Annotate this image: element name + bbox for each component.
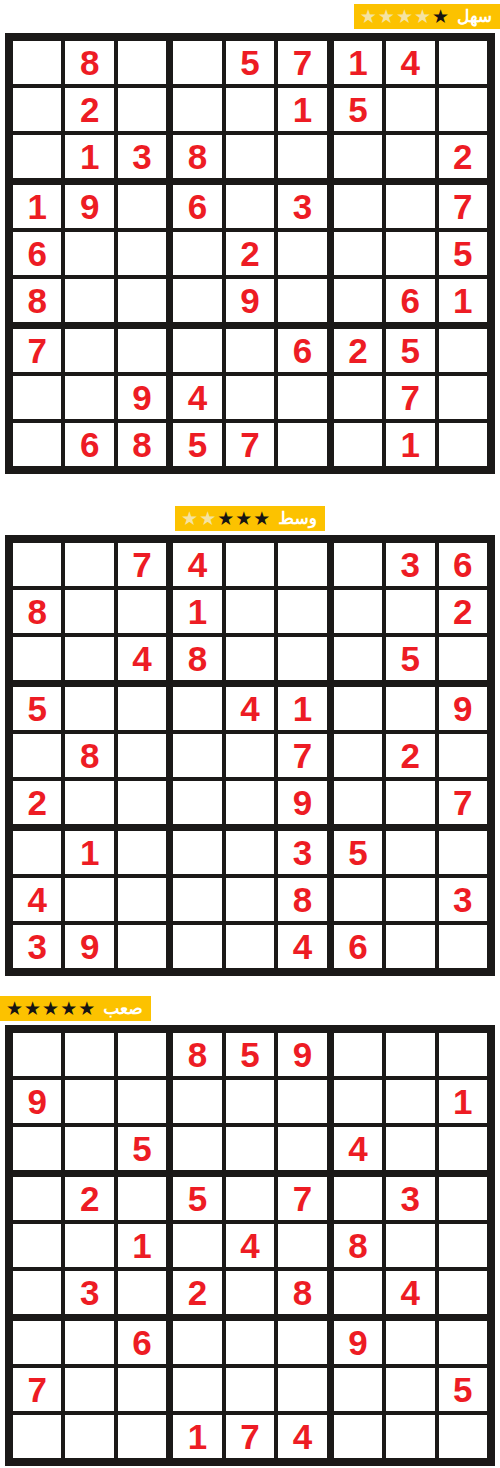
sudoku-cell-r3c7: 4 xyxy=(334,1127,382,1170)
sudoku-cell-r5c9[interactable] xyxy=(439,1224,487,1267)
sudoku-cell-r8c9: 5 xyxy=(439,1368,487,1411)
sudoku-cell-r6c4: 2 xyxy=(173,1271,221,1314)
sudoku-cell-r4c3[interactable] xyxy=(118,1177,166,1220)
sudoku-cell-r4c2: 9 xyxy=(65,185,113,228)
sudoku-cell-r2c5[interactable] xyxy=(226,88,274,131)
sudoku-cell-r1c3[interactable] xyxy=(118,1033,166,1076)
difficulty-stars-easy: ★★★★★ xyxy=(360,7,449,26)
difficulty-label-hard: صعب xyxy=(103,1000,142,1017)
sudoku-cell-r1c1[interactable] xyxy=(13,41,61,84)
sudoku-box: 2571 xyxy=(334,329,487,466)
sudoku-cell-r3c2: 1 xyxy=(65,135,113,178)
sudoku-cell-r3c3: 4 xyxy=(118,637,166,680)
star-empty-icon: ★ xyxy=(199,509,216,528)
difficulty-label-easy: سهل xyxy=(457,8,492,25)
sudoku-cell-r5c3[interactable] xyxy=(118,232,166,275)
sudoku-cell-r6c6: 8 xyxy=(278,1271,326,1314)
sudoku-cell-r5c2: 8 xyxy=(65,734,113,777)
sudoku-cell-r9c9[interactable] xyxy=(439,1415,487,1458)
sudoku-cell-r1c1[interactable] xyxy=(13,1033,61,1076)
sudoku-cell-r2c1[interactable] xyxy=(13,88,61,131)
sudoku-cell-r1c9[interactable] xyxy=(439,41,487,84)
sudoku-cell-r6c3[interactable] xyxy=(118,279,166,322)
difficulty-label-medium: وسط xyxy=(278,510,317,527)
sudoku-cell-r9c4[interactable] xyxy=(173,925,221,968)
sudoku-cell-r4c4[interactable] xyxy=(173,687,221,730)
sudoku-cell-r5c3[interactable] xyxy=(118,734,166,777)
sudoku-cell-r1c9: 6 xyxy=(439,543,487,586)
sudoku-cell-r8c4[interactable] xyxy=(173,878,221,921)
sudoku-cell-r7c9[interactable] xyxy=(439,831,487,874)
sudoku-cell-r2c3[interactable] xyxy=(118,1080,166,1123)
sudoku-grid-easy: 821357181452196863297561796864572571 xyxy=(5,33,495,474)
sudoku-box: 582 xyxy=(13,687,166,824)
sudoku-cell-r6c8[interactable] xyxy=(386,781,434,824)
sudoku-cell-r3c7[interactable] xyxy=(334,135,382,178)
sudoku-cell-r9c7: 6 xyxy=(334,925,382,968)
sudoku-cell-r2c6[interactable] xyxy=(278,1080,326,1123)
sudoku-cell-r2c4[interactable] xyxy=(173,1080,221,1123)
sudoku-cell-r6c3[interactable] xyxy=(118,781,166,824)
sudoku-cell-r7c3[interactable] xyxy=(118,329,166,372)
sudoku-cell-r6c7[interactable] xyxy=(334,781,382,824)
sudoku-cell-r7c7: 5 xyxy=(334,831,382,874)
sudoku-cell-r3c5[interactable] xyxy=(226,135,274,178)
sudoku-cell-r1c2[interactable] xyxy=(65,543,113,586)
sudoku-cell-r4c1: 1 xyxy=(13,185,61,228)
sudoku-cell-r9c5[interactable] xyxy=(226,925,274,968)
sudoku-cell-r5c4[interactable] xyxy=(173,1224,221,1267)
sudoku-cell-r5c6: 7 xyxy=(278,734,326,777)
sudoku-cell-r5c9[interactable] xyxy=(439,734,487,777)
sudoku-cell-r7c2[interactable] xyxy=(65,329,113,372)
spacer xyxy=(0,474,500,506)
sudoku-cell-r8c8: 7 xyxy=(386,376,434,419)
sudoku-cell-r9c8: 1 xyxy=(386,423,434,466)
sudoku-cell-r1c4: 8 xyxy=(173,1033,221,1076)
puzzle-hard: ★★★★★ صعب 9585914213574283846717495 xyxy=(0,996,500,1466)
sudoku-cell-r5c6[interactable] xyxy=(278,1224,326,1267)
sudoku-cell-r6c6: 9 xyxy=(278,781,326,824)
sudoku-cell-r7c8[interactable] xyxy=(386,831,434,874)
sudoku-box: 3625 xyxy=(334,543,487,680)
sudoku-cell-r3c5[interactable] xyxy=(226,637,274,680)
sudoku-cell-r1c4: 4 xyxy=(173,543,221,586)
sudoku-cell-r6c8: 4 xyxy=(386,1271,434,1314)
sudoku-cell-r6c5[interactable] xyxy=(226,781,274,824)
sudoku-cell-r9c3: 8 xyxy=(118,423,166,466)
sudoku-cell-r2c9[interactable] xyxy=(439,88,487,131)
sudoku-cell-r6c1[interactable] xyxy=(13,1271,61,1314)
sudoku-cell-r8c5[interactable] xyxy=(226,376,274,419)
sudoku-cell-r2c4[interactable] xyxy=(173,88,221,131)
sudoku-cell-r7c6: 6 xyxy=(278,329,326,372)
sudoku-cell-r5c5: 4 xyxy=(226,1224,274,1267)
sudoku-cell-r8c7[interactable] xyxy=(334,376,382,419)
sudoku-cell-r3c5[interactable] xyxy=(226,1127,274,1170)
sudoku-cell-r6c1: 8 xyxy=(13,279,61,322)
sudoku-cell-r5c8[interactable] xyxy=(386,232,434,275)
sudoku-box: 418 xyxy=(173,543,326,680)
sudoku-cell-r8c1[interactable] xyxy=(13,376,61,419)
sudoku-cell-r4c6: 3 xyxy=(278,185,326,228)
sudoku-cell-r5c4[interactable] xyxy=(173,232,221,275)
sudoku-cell-r6c4[interactable] xyxy=(173,781,221,824)
sudoku-cell-r2c2[interactable] xyxy=(65,590,113,633)
sudoku-cell-r7c3[interactable] xyxy=(118,831,166,874)
sudoku-cell-r3c7[interactable] xyxy=(334,637,382,680)
sudoku-box: 1439 xyxy=(13,831,166,968)
sudoku-cell-r4c2[interactable] xyxy=(65,687,113,730)
sudoku-cell-r2c9: 1 xyxy=(439,1080,487,1123)
sudoku-grid-medium: 784418362558241799271439384536 xyxy=(5,535,495,976)
sudoku-cell-r9c9[interactable] xyxy=(439,423,487,466)
sudoku-cell-r4c4: 6 xyxy=(173,185,221,228)
sudoku-cell-r1c8: 4 xyxy=(386,41,434,84)
sudoku-cell-r1c7: 1 xyxy=(334,41,382,84)
sudoku-cell-r9c1[interactable] xyxy=(13,1415,61,1458)
sudoku-cell-r7c1: 7 xyxy=(13,329,61,372)
sudoku-cell-r3c2[interactable] xyxy=(65,637,113,680)
sudoku-cell-r6c7[interactable] xyxy=(334,279,382,322)
sudoku-cell-r3c9: 2 xyxy=(439,135,487,178)
sudoku-cell-r7c8: 5 xyxy=(386,329,434,372)
sudoku-box: 1968 xyxy=(13,185,166,322)
sudoku-cell-r3c6[interactable] xyxy=(278,637,326,680)
sudoku-cell-r7c7: 2 xyxy=(334,329,382,372)
sudoku-box: 536 xyxy=(334,831,487,968)
sudoku-cell-r8c3[interactable] xyxy=(118,878,166,921)
sudoku-box: 57428 xyxy=(173,1177,326,1314)
sudoku-cell-r8c5[interactable] xyxy=(226,1368,274,1411)
sudoku-cell-r4c9: 9 xyxy=(439,687,487,730)
sudoku-cell-r1c5: 5 xyxy=(226,1033,274,1076)
sudoku-cell-r9c7[interactable] xyxy=(334,1415,382,1458)
sudoku-cell-r2c5[interactable] xyxy=(226,1080,274,1123)
sudoku-cell-r2c9: 2 xyxy=(439,590,487,633)
sudoku-cell-r4c7[interactable] xyxy=(334,687,382,730)
sudoku-cell-r2c7: 5 xyxy=(334,88,382,131)
sudoku-box: 384 xyxy=(173,831,326,968)
sudoku-box: 784 xyxy=(13,543,166,680)
star-empty-icon: ★ xyxy=(360,7,377,26)
sudoku-cell-r7c7: 9 xyxy=(334,1321,382,1364)
sudoku-cell-r5c2[interactable] xyxy=(65,232,113,275)
sudoku-cell-r8c2[interactable] xyxy=(65,376,113,419)
sudoku-cell-r7c6[interactable] xyxy=(278,1321,326,1364)
sudoku-cell-r5c5[interactable] xyxy=(226,734,274,777)
sudoku-cell-r9c2[interactable] xyxy=(65,1415,113,1458)
sudoku-cell-r6c4[interactable] xyxy=(173,279,221,322)
sudoku-cell-r9c3[interactable] xyxy=(118,925,166,968)
sudoku-cell-r6c8: 6 xyxy=(386,279,434,322)
sudoku-grid-hard: 9585914213574283846717495 xyxy=(5,1025,495,1466)
sudoku-cell-r7c4[interactable] xyxy=(173,329,221,372)
sudoku-cell-r1c2[interactable] xyxy=(65,1033,113,1076)
sudoku-cell-r1c7[interactable] xyxy=(334,543,382,586)
difficulty-stars-medium: ★★★★★ xyxy=(181,509,270,528)
sudoku-cell-r4c3[interactable] xyxy=(118,185,166,228)
sudoku-cell-r1c6: 7 xyxy=(278,41,326,84)
sudoku-cell-r9c4: 5 xyxy=(173,423,221,466)
sudoku-cell-r4c3[interactable] xyxy=(118,687,166,730)
sudoku-cell-r2c6[interactable] xyxy=(278,590,326,633)
sudoku-cell-r7c4[interactable] xyxy=(173,1321,221,1364)
sudoku-cell-r9c1: 3 xyxy=(13,925,61,968)
sudoku-cell-r7c4[interactable] xyxy=(173,831,221,874)
sudoku-cell-r9c6[interactable] xyxy=(278,423,326,466)
sudoku-cell-r6c5[interactable] xyxy=(226,1271,274,1314)
sudoku-cell-r8c4[interactable] xyxy=(173,1368,221,1411)
sudoku-cell-r8c1: 7 xyxy=(13,1368,61,1411)
sudoku-cell-r4c5[interactable] xyxy=(226,1177,274,1220)
difficulty-banner-hard: ★★★★★ صعب xyxy=(0,996,151,1021)
star-filled-icon: ★ xyxy=(432,7,449,26)
sudoku-cell-r9c3[interactable] xyxy=(118,1415,166,1458)
sudoku-box: 4179 xyxy=(173,687,326,824)
sudoku-cell-r3c1[interactable] xyxy=(13,135,61,178)
sudoku-cell-r8c7[interactable] xyxy=(334,878,382,921)
sudoku-cell-r4c6: 1 xyxy=(278,687,326,730)
sudoku-cell-r5c9: 5 xyxy=(439,232,487,275)
sudoku-cell-r8c5[interactable] xyxy=(226,878,274,921)
sudoku-cell-r6c6[interactable] xyxy=(278,279,326,322)
sudoku-cell-r4c9[interactable] xyxy=(439,1177,487,1220)
sudoku-cell-r2c6: 1 xyxy=(278,88,326,131)
sudoku-cell-r6c3[interactable] xyxy=(118,1271,166,1314)
sudoku-cell-r9c7[interactable] xyxy=(334,423,382,466)
sudoku-cell-r2c8[interactable] xyxy=(386,88,434,131)
sudoku-cell-r3c2[interactable] xyxy=(65,1127,113,1170)
sudoku-cell-r8c7[interactable] xyxy=(334,1368,382,1411)
sudoku-cell-r4c8[interactable] xyxy=(386,185,434,228)
sudoku-cell-r3c1[interactable] xyxy=(13,637,61,680)
sudoku-cell-r5c1[interactable] xyxy=(13,734,61,777)
sudoku-box: 95 xyxy=(13,1033,166,1170)
sudoku-cell-r3c8: 5 xyxy=(386,637,434,680)
sudoku-cell-r3c8[interactable] xyxy=(386,135,434,178)
sudoku-box: 174 xyxy=(173,1321,326,1458)
sudoku-cell-r2c7[interactable] xyxy=(334,590,382,633)
sudoku-cell-r3c6[interactable] xyxy=(278,1127,326,1170)
sudoku-cell-r4c1[interactable] xyxy=(13,1177,61,1220)
sudoku-cell-r5c6[interactable] xyxy=(278,232,326,275)
sudoku-cell-r3c4[interactable] xyxy=(173,1127,221,1170)
sudoku-cell-r7c2: 1 xyxy=(65,831,113,874)
banner-row-hard: ★★★★★ صعب xyxy=(0,996,500,1021)
difficulty-banner-medium: ★★★★★ وسط xyxy=(175,506,325,531)
star-empty-icon: ★ xyxy=(181,509,198,528)
sudoku-cell-r9c5: 7 xyxy=(226,1415,274,1458)
sudoku-cell-r1c8[interactable] xyxy=(386,1033,434,1076)
sudoku-cell-r5c1: 6 xyxy=(13,232,61,275)
star-empty-icon: ★ xyxy=(378,7,395,26)
sudoku-cell-r9c8[interactable] xyxy=(386,925,434,968)
sudoku-cell-r8c3[interactable] xyxy=(118,1368,166,1411)
sudoku-cell-r8c1: 4 xyxy=(13,878,61,921)
star-filled-icon: ★ xyxy=(235,509,252,528)
sudoku-cell-r1c3: 7 xyxy=(118,543,166,586)
sudoku-cell-r7c2[interactable] xyxy=(65,1321,113,1364)
sudoku-cell-r3c6[interactable] xyxy=(278,135,326,178)
sudoku-box: 1452 xyxy=(334,41,487,178)
sudoku-cell-r9c6: 4 xyxy=(278,925,326,968)
star-filled-icon: ★ xyxy=(217,509,234,528)
sudoku-cell-r4c8[interactable] xyxy=(386,687,434,730)
sudoku-cell-r7c9[interactable] xyxy=(439,1321,487,1364)
sudoku-cell-r2c2[interactable] xyxy=(65,1080,113,1123)
sudoku-cell-r1c2: 8 xyxy=(65,41,113,84)
sudoku-cell-r1c5[interactable] xyxy=(226,543,274,586)
sudoku-cell-r7c5[interactable] xyxy=(226,329,274,372)
sudoku-box: 14 xyxy=(334,1033,487,1170)
sudoku-cell-r3c3: 5 xyxy=(118,1127,166,1170)
sudoku-box: 67 xyxy=(13,1321,166,1458)
sudoku-cell-r2c2: 2 xyxy=(65,88,113,131)
sudoku-cell-r8c4: 4 xyxy=(173,376,221,419)
star-filled-icon: ★ xyxy=(24,999,41,1018)
sudoku-cell-r1c4[interactable] xyxy=(173,41,221,84)
sudoku-cell-r3c8[interactable] xyxy=(386,1127,434,1170)
sudoku-cell-r8c6[interactable] xyxy=(278,1368,326,1411)
sudoku-box: 5718 xyxy=(173,41,326,178)
sudoku-cell-r6c2[interactable] xyxy=(65,279,113,322)
sudoku-cell-r7c9[interactable] xyxy=(439,329,487,372)
sudoku-cell-r7c6: 3 xyxy=(278,831,326,874)
sudoku-cell-r9c2: 9 xyxy=(65,925,113,968)
sudoku-cell-r2c8[interactable] xyxy=(386,1080,434,1123)
sudoku-cell-r1c6[interactable] xyxy=(278,543,326,586)
sudoku-cell-r9c8[interactable] xyxy=(386,1415,434,1458)
spacer xyxy=(0,976,500,996)
sudoku-cell-r8c8[interactable] xyxy=(386,1368,434,1411)
star-filled-icon: ★ xyxy=(42,999,59,1018)
sudoku-cell-r7c5[interactable] xyxy=(226,831,274,874)
sudoku-cell-r3c4: 8 xyxy=(173,135,221,178)
sudoku-cell-r3c1[interactable] xyxy=(13,1127,61,1170)
sudoku-cell-r8c6[interactable] xyxy=(278,376,326,419)
sudoku-cell-r1c8: 3 xyxy=(386,543,434,586)
grid-wrap-medium: 784418362558241799271439384536 xyxy=(0,535,500,976)
sudoku-cell-r9c4: 1 xyxy=(173,1415,221,1458)
sudoku-box: 384 xyxy=(334,1177,487,1314)
banner-row-easy: ★★★★★ سهل xyxy=(0,4,500,29)
sudoku-cell-r4c8: 3 xyxy=(386,1177,434,1220)
sudoku-cell-r5c1[interactable] xyxy=(13,1224,61,1267)
star-empty-icon: ★ xyxy=(396,7,413,26)
sudoku-box: 7968 xyxy=(13,329,166,466)
grid-wrap-easy: 821357181452196863297561796864572571 xyxy=(0,33,500,474)
sudoku-box: 6329 xyxy=(173,185,326,322)
sudoku-cell-r6c1: 2 xyxy=(13,781,61,824)
sudoku-cell-r1c9[interactable] xyxy=(439,1033,487,1076)
sudoku-cell-r7c5[interactable] xyxy=(226,1321,274,1364)
sudoku-cell-r5c8: 2 xyxy=(386,734,434,777)
sudoku-cell-r9c5: 7 xyxy=(226,423,274,466)
sudoku-cell-r4c4: 5 xyxy=(173,1177,221,1220)
sudoku-cell-r5c3: 1 xyxy=(118,1224,166,1267)
sudoku-cell-r7c1[interactable] xyxy=(13,831,61,874)
sudoku-cell-r2c3[interactable] xyxy=(118,590,166,633)
sudoku-cell-r6c9: 7 xyxy=(439,781,487,824)
sudoku-cell-r5c7[interactable] xyxy=(334,232,382,275)
sudoku-cell-r5c7: 8 xyxy=(334,1224,382,1267)
sudoku-cell-r7c1[interactable] xyxy=(13,1321,61,1364)
sudoku-cell-r5c2[interactable] xyxy=(65,1224,113,1267)
sudoku-cell-r6c9: 1 xyxy=(439,279,487,322)
sudoku-cell-r2c1: 8 xyxy=(13,590,61,633)
sudoku-box: 6457 xyxy=(173,329,326,466)
puzzle-easy: ★★★★★ سهل 821357181452196863297561796864… xyxy=(0,4,500,474)
sudoku-cell-r1c5: 5 xyxy=(226,41,274,84)
sudoku-cell-r8c3: 9 xyxy=(118,376,166,419)
sudoku-cell-r6c9[interactable] xyxy=(439,1271,487,1314)
sudoku-cell-r8c2[interactable] xyxy=(65,878,113,921)
sudoku-cell-r2c7[interactable] xyxy=(334,1080,382,1123)
sudoku-box: 7561 xyxy=(334,185,487,322)
sudoku-box: 213 xyxy=(13,1177,166,1314)
sudoku-cell-r8c9[interactable] xyxy=(439,376,487,419)
sudoku-cell-r4c5[interactable] xyxy=(226,185,274,228)
sudoku-cell-r1c1[interactable] xyxy=(13,543,61,586)
sudoku-cell-r9c9[interactable] xyxy=(439,925,487,968)
sudoku-cell-r3c9[interactable] xyxy=(439,637,487,680)
sudoku-cell-r8c6: 8 xyxy=(278,878,326,921)
star-filled-icon: ★ xyxy=(60,999,77,1018)
sudoku-cell-r6c2[interactable] xyxy=(65,781,113,824)
sudoku-cell-r7c3: 6 xyxy=(118,1321,166,1364)
sudoku-cell-r4c1: 5 xyxy=(13,687,61,730)
sudoku-cell-r6c5: 9 xyxy=(226,279,274,322)
sudoku-cell-r2c5[interactable] xyxy=(226,590,274,633)
sudoku-cell-r5c5: 2 xyxy=(226,232,274,275)
sudoku-cell-r9c6: 4 xyxy=(278,1415,326,1458)
sudoku-cell-r8c9: 3 xyxy=(439,878,487,921)
star-empty-icon: ★ xyxy=(414,7,431,26)
sudoku-cell-r1c6: 9 xyxy=(278,1033,326,1076)
sudoku-cell-r4c7[interactable] xyxy=(334,1177,382,1220)
banner-row-medium: ★★★★★ وسط xyxy=(0,506,500,531)
sudoku-cell-r4c7[interactable] xyxy=(334,185,382,228)
sudoku-cell-r2c4: 1 xyxy=(173,590,221,633)
sudoku-cell-r4c6: 7 xyxy=(278,1177,326,1220)
sudoku-cell-r1c7[interactable] xyxy=(334,1033,382,1076)
sudoku-box: 927 xyxy=(334,687,487,824)
sudoku-box: 95 xyxy=(334,1321,487,1458)
sudoku-cell-r5c8[interactable] xyxy=(386,1224,434,1267)
sudoku-box: 859 xyxy=(173,1033,326,1170)
sudoku-cell-r8c2[interactable] xyxy=(65,1368,113,1411)
sudoku-cell-r2c1: 9 xyxy=(13,1080,61,1123)
sudoku-cell-r7c8[interactable] xyxy=(386,1321,434,1364)
sudoku-cell-r2c8[interactable] xyxy=(386,590,434,633)
sudoku-cell-r8c8[interactable] xyxy=(386,878,434,921)
puzzle-medium: ★★★★★ وسط 784418362558241799271439384536 xyxy=(0,506,500,976)
sudoku-cell-r9c1[interactable] xyxy=(13,423,61,466)
star-filled-icon: ★ xyxy=(6,999,23,1018)
sudoku-cell-r5c7[interactable] xyxy=(334,734,382,777)
sudoku-cell-r4c2: 2 xyxy=(65,1177,113,1220)
sudoku-cell-r5c4[interactable] xyxy=(173,734,221,777)
difficulty-stars-hard: ★★★★★ xyxy=(6,999,95,1018)
difficulty-banner-easy: ★★★★★ سهل xyxy=(354,4,500,29)
sudoku-cell-r4c9: 7 xyxy=(439,185,487,228)
sudoku-cell-r6c2: 3 xyxy=(65,1271,113,1314)
sudoku-cell-r3c9[interactable] xyxy=(439,1127,487,1170)
sudoku-cell-r1c3[interactable] xyxy=(118,41,166,84)
sudoku-cell-r2c3[interactable] xyxy=(118,88,166,131)
sudoku-cell-r6c7[interactable] xyxy=(334,1271,382,1314)
